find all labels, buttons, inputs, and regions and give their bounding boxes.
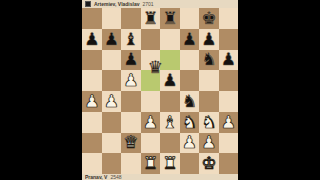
square-h4[interactable] bbox=[219, 91, 239, 112]
square-f7[interactable]: ♟ bbox=[180, 29, 200, 50]
bottom-player-bar: Pranav, V 2548 bbox=[82, 174, 238, 180]
square-f3[interactable]: ♞ bbox=[180, 112, 200, 133]
top-player-bar: Artemiev, Vladislav 2701 bbox=[82, 0, 238, 8]
square-b7[interactable]: ♟ bbox=[102, 29, 122, 50]
square-c7[interactable]: ♝ bbox=[121, 29, 141, 50]
black-knight: ♞ bbox=[199, 50, 219, 71]
white-pawn: ♟ bbox=[199, 133, 219, 154]
square-c8[interactable] bbox=[121, 8, 141, 29]
square-f6[interactable] bbox=[180, 50, 200, 71]
square-h8[interactable] bbox=[219, 8, 239, 29]
square-a4[interactable]: ♟ bbox=[82, 91, 102, 112]
square-c3[interactable] bbox=[121, 112, 141, 133]
square-c5[interactable]: ♟ bbox=[121, 70, 141, 91]
black-pawn: ♟ bbox=[102, 29, 122, 50]
square-b4[interactable]: ♟ bbox=[102, 91, 122, 112]
white-rook: ♜ bbox=[141, 153, 161, 174]
black-pawn: ♟ bbox=[82, 29, 102, 50]
bottom-player-name: Pranav, V bbox=[85, 175, 107, 180]
white-pawn: ♟ bbox=[121, 70, 141, 91]
square-f2[interactable]: ♟ bbox=[180, 133, 200, 154]
bottom-player-rating: 2548 bbox=[110, 175, 121, 180]
square-c2[interactable]: ♛ bbox=[121, 133, 141, 154]
white-king: ♚ bbox=[199, 153, 219, 174]
white-queen: ♛ bbox=[121, 133, 141, 154]
black-pawn: ♟ bbox=[160, 70, 180, 91]
square-e5[interactable]: ♟ bbox=[160, 70, 180, 91]
square-h1[interactable] bbox=[219, 153, 239, 174]
square-g7[interactable]: ♟ bbox=[199, 29, 219, 50]
square-b6[interactable] bbox=[102, 50, 122, 71]
square-a3[interactable] bbox=[82, 112, 102, 133]
square-f1[interactable] bbox=[180, 153, 200, 174]
square-f8[interactable] bbox=[180, 8, 200, 29]
square-b5[interactable] bbox=[102, 70, 122, 91]
white-pawn: ♟ bbox=[180, 133, 200, 154]
square-d6[interactable] bbox=[141, 50, 161, 71]
square-g5[interactable] bbox=[199, 70, 219, 91]
square-g2[interactable]: ♟ bbox=[199, 133, 219, 154]
white-pawn: ♟ bbox=[82, 91, 102, 112]
square-f4[interactable]: ♞ bbox=[180, 91, 200, 112]
square-g8[interactable]: ♚ bbox=[199, 8, 219, 29]
square-e1[interactable]: ♜ bbox=[160, 153, 180, 174]
square-h6[interactable]: ♟ bbox=[219, 50, 239, 71]
top-player-name: Artemiev, Vladislav bbox=[94, 2, 140, 7]
square-e4[interactable] bbox=[160, 91, 180, 112]
black-pawn: ♟ bbox=[199, 29, 219, 50]
top-player-rating: 2701 bbox=[143, 2, 154, 7]
square-g1[interactable]: ♚ bbox=[199, 153, 219, 174]
square-b8[interactable] bbox=[102, 8, 122, 29]
square-a5[interactable] bbox=[82, 70, 102, 91]
black-color-icon bbox=[85, 1, 91, 7]
white-knight: ♞ bbox=[180, 112, 200, 133]
letterbox-right bbox=[238, 0, 320, 180]
chess-board: ♜♜♚♟♟♝♟♟♟♞♟♟♛♟♟♟♞♟♝♞♞♟♛♟♟♜♜♚ bbox=[82, 8, 238, 174]
square-g3[interactable]: ♞ bbox=[199, 112, 219, 133]
black-rook: ♜ bbox=[141, 8, 161, 29]
square-d4[interactable] bbox=[141, 91, 161, 112]
square-e6[interactable] bbox=[160, 50, 180, 71]
black-pawn: ♟ bbox=[180, 29, 200, 50]
square-d3[interactable]: ♟ bbox=[141, 112, 161, 133]
square-a8[interactable] bbox=[82, 8, 102, 29]
chess-broadcast-frame: Artemiev, Vladislav 2701 ♜♜♚♟♟♝♟♟♟♞♟♟♛♟♟… bbox=[0, 0, 320, 180]
square-e7[interactable] bbox=[160, 29, 180, 50]
white-bishop: ♝ bbox=[160, 112, 180, 133]
square-c1[interactable] bbox=[121, 153, 141, 174]
square-d8[interactable]: ♜ bbox=[141, 8, 161, 29]
black-knight: ♞ bbox=[180, 91, 200, 112]
square-a1[interactable] bbox=[82, 153, 102, 174]
black-bishop: ♝ bbox=[121, 29, 141, 50]
black-rook: ♜ bbox=[160, 8, 180, 29]
square-c4[interactable] bbox=[121, 91, 141, 112]
square-g4[interactable] bbox=[199, 91, 219, 112]
white-pawn: ♟ bbox=[219, 112, 239, 133]
square-d5[interactable]: ♛ bbox=[141, 70, 161, 91]
square-a7[interactable]: ♟ bbox=[82, 29, 102, 50]
square-h5[interactable] bbox=[219, 70, 239, 91]
square-b1[interactable] bbox=[102, 153, 122, 174]
square-c6[interactable]: ♟ bbox=[121, 50, 141, 71]
square-h2[interactable] bbox=[219, 133, 239, 154]
square-d7[interactable] bbox=[141, 29, 161, 50]
square-h3[interactable]: ♟ bbox=[219, 112, 239, 133]
black-pawn: ♟ bbox=[219, 50, 239, 71]
white-pawn: ♟ bbox=[141, 112, 161, 133]
square-e2[interactable] bbox=[160, 133, 180, 154]
square-f5[interactable] bbox=[180, 70, 200, 91]
white-rook: ♜ bbox=[160, 153, 180, 174]
square-b2[interactable] bbox=[102, 133, 122, 154]
white-knight: ♞ bbox=[199, 112, 219, 133]
square-g6[interactable]: ♞ bbox=[199, 50, 219, 71]
square-h7[interactable] bbox=[219, 29, 239, 50]
black-pawn: ♟ bbox=[121, 50, 141, 71]
square-e3[interactable]: ♝ bbox=[160, 112, 180, 133]
square-d1[interactable]: ♜ bbox=[141, 153, 161, 174]
white-pawn: ♟ bbox=[102, 91, 122, 112]
square-d2[interactable] bbox=[141, 133, 161, 154]
square-a2[interactable] bbox=[82, 133, 102, 154]
black-king: ♚ bbox=[199, 8, 219, 29]
square-a6[interactable] bbox=[82, 50, 102, 71]
square-e8[interactable]: ♜ bbox=[160, 8, 180, 29]
letterbox-left bbox=[0, 0, 82, 180]
square-b3[interactable] bbox=[102, 112, 122, 133]
